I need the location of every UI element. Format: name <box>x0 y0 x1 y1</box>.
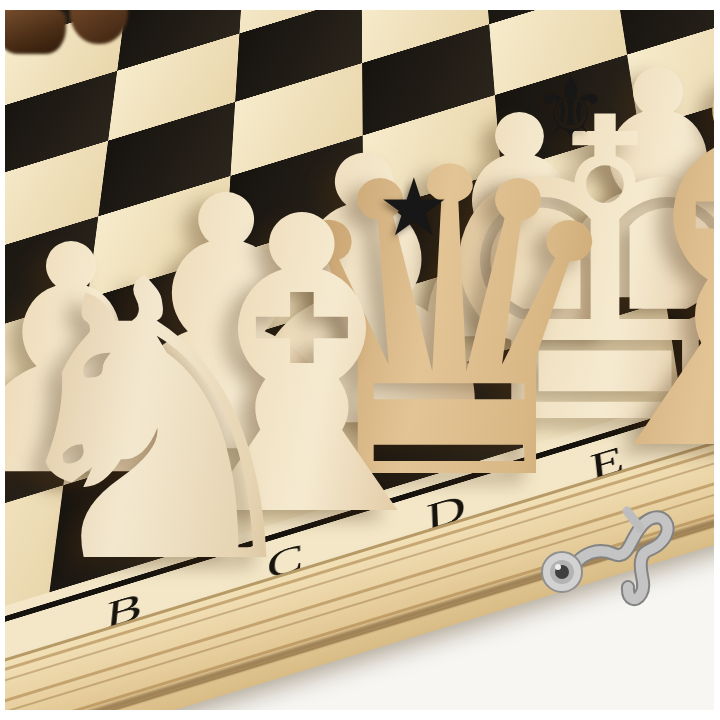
clasp-hook <box>528 488 688 618</box>
piece-white-knight-b1: ♞ <box>5 231 329 617</box>
hook-icon <box>568 511 668 599</box>
photo-area: BCDE ♟♞♟♝♟♛♟♚♟♝★⚜ <box>5 10 714 710</box>
black-piece-fragment-1 <box>5 10 66 54</box>
product-photo: BCDE ♟♞♟♝♟♛♟♚♟♝★⚜ <box>0 0 720 720</box>
screw-icon <box>542 552 582 592</box>
